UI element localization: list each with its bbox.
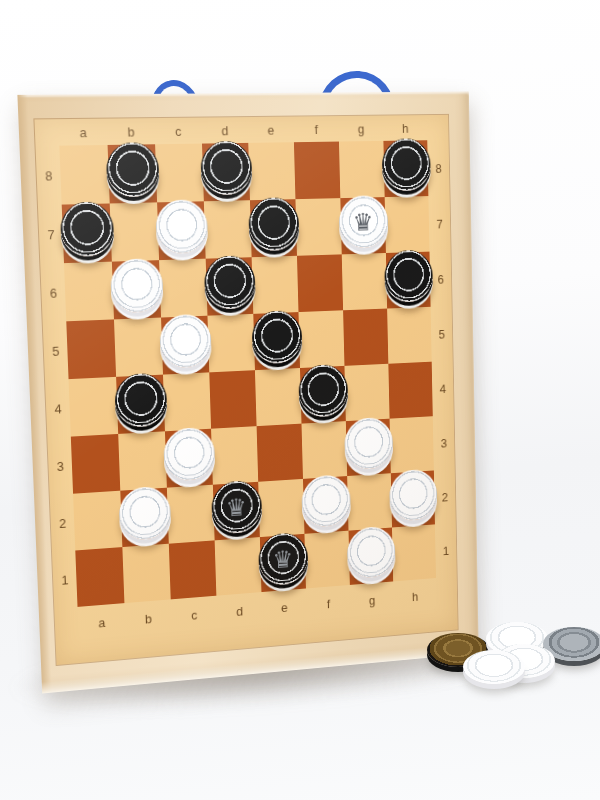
square-g6[interactable] <box>342 253 387 310</box>
square-b5[interactable] <box>114 318 163 377</box>
piece-black-man-a7[interactable] <box>59 201 114 257</box>
rank-label-5: 5 <box>52 343 60 358</box>
square-a8[interactable] <box>59 145 109 205</box>
square-e2[interactable] <box>258 479 304 537</box>
square-b1[interactable] <box>122 544 170 603</box>
square-e3[interactable] <box>257 424 303 482</box>
square-d6[interactable] <box>206 257 254 315</box>
square-h1[interactable] <box>392 524 436 581</box>
square-c7[interactable] <box>157 201 206 260</box>
rank-label-2: 2 <box>59 515 67 530</box>
file-label-e: e <box>281 600 288 615</box>
square-a5[interactable] <box>66 319 116 379</box>
wooden-frame: abcdefgh 87654321 ♛♛♛ 87654321 abcdefgh <box>17 91 478 693</box>
square-g5[interactable] <box>343 309 388 366</box>
file-label-g: g <box>369 593 376 607</box>
square-b6[interactable] <box>112 260 161 319</box>
square-h8[interactable] <box>383 140 428 197</box>
rank-label-8: 8 <box>435 161 442 176</box>
rank-label-7: 7 <box>436 216 443 231</box>
piece-white-man-c3[interactable] <box>163 427 215 482</box>
square-f5[interactable] <box>298 310 344 368</box>
king-crown-icon: ♛ <box>257 532 308 587</box>
file-label-a: a <box>98 615 105 630</box>
square-e5[interactable] <box>253 312 300 370</box>
piece-black-man-b8[interactable] <box>105 142 159 197</box>
square-g2[interactable] <box>347 473 392 530</box>
square-f1[interactable] <box>304 531 349 589</box>
square-d1[interactable] <box>215 537 262 596</box>
file-label-b: b <box>127 124 135 139</box>
square-a2[interactable] <box>73 491 122 551</box>
piece-black-man-f4[interactable] <box>298 364 348 418</box>
king-crown-icon: ♛ <box>338 195 388 249</box>
square-b7[interactable] <box>110 202 159 261</box>
square-h2[interactable] <box>391 470 435 527</box>
square-a6[interactable] <box>64 262 114 322</box>
square-f2[interactable] <box>303 476 349 534</box>
square-a1[interactable] <box>75 547 124 607</box>
piece-black-king-e1[interactable]: ♛ <box>257 532 308 587</box>
piece-white-man-c5[interactable] <box>159 314 212 369</box>
rank-label-7: 7 <box>47 227 55 242</box>
square-b8[interactable] <box>108 144 158 203</box>
square-b3[interactable] <box>118 431 167 490</box>
square-a7[interactable] <box>62 203 112 263</box>
square-h5[interactable] <box>387 307 432 364</box>
board-grid: ♛♛♛ <box>59 140 436 607</box>
square-g7[interactable]: ♛ <box>340 197 386 254</box>
piece-white-king-g7[interactable]: ♛ <box>338 195 388 249</box>
square-g1[interactable] <box>349 527 394 584</box>
square-e1[interactable]: ♛ <box>260 534 306 592</box>
file-label-g: g <box>357 121 364 136</box>
file-label-h: h <box>402 121 409 136</box>
square-f8[interactable] <box>294 142 340 200</box>
square-e8[interactable] <box>248 142 295 200</box>
product-photo-checkers-board: abcdefgh 87654321 ♛♛♛ 87654321 abcdefgh <box>0 0 600 800</box>
square-c8[interactable] <box>155 144 204 203</box>
file-label-f: f <box>327 597 331 611</box>
square-g8[interactable] <box>339 141 385 198</box>
square-f6[interactable] <box>297 254 343 312</box>
piece-black-man-e7[interactable] <box>248 197 300 251</box>
piece-black-man-d6[interactable] <box>203 255 255 310</box>
square-d7[interactable] <box>204 200 252 258</box>
square-d8[interactable] <box>202 143 250 201</box>
square-b4[interactable] <box>116 375 165 434</box>
file-label-b: b <box>145 612 152 627</box>
square-g3[interactable] <box>346 419 391 476</box>
rank-label-4: 4 <box>54 401 62 416</box>
piece-black-man-h6[interactable] <box>384 250 433 303</box>
piece-black-man-d8[interactable] <box>200 141 253 196</box>
piece-black-man-e5[interactable] <box>251 310 302 364</box>
square-b2[interactable] <box>120 488 169 547</box>
square-f4[interactable] <box>300 366 346 424</box>
piece-white-man-b6[interactable] <box>109 258 163 313</box>
square-h4[interactable] <box>388 362 432 419</box>
checkers-board: abcdefgh 87654321 ♛♛♛ 87654321 abcdefgh <box>17 91 478 693</box>
rank-label-3: 3 <box>56 458 64 473</box>
piece-white-man-g1[interactable] <box>346 525 395 579</box>
file-label-e: e <box>267 122 274 137</box>
piece-black-king-d2[interactable]: ♛ <box>210 480 262 535</box>
square-g4[interactable] <box>344 364 389 421</box>
square-c2[interactable] <box>167 485 215 544</box>
file-label-d: d <box>236 604 243 619</box>
piece-white-man-b2[interactable] <box>118 486 171 542</box>
piece-white-man-h2[interactable] <box>389 468 437 522</box>
rank-label-3: 3 <box>440 436 447 450</box>
board-sheet: abcdefgh 87654321 ♛♛♛ 87654321 abcdefgh <box>34 115 457 665</box>
file-label-a: a <box>79 124 87 139</box>
rank-label-1: 1 <box>443 543 450 557</box>
square-a4[interactable] <box>69 377 119 437</box>
piece-white-man-f2[interactable] <box>301 474 351 528</box>
square-c1[interactable] <box>169 540 217 599</box>
rank-label-4: 4 <box>439 381 446 395</box>
king-crown-icon: ♛ <box>210 480 262 535</box>
square-e7[interactable] <box>250 199 297 257</box>
square-h7[interactable] <box>385 196 430 253</box>
file-label-h: h <box>412 590 419 604</box>
piece-black-man-h8[interactable] <box>381 138 430 191</box>
square-d4[interactable] <box>209 370 256 429</box>
file-label-c: c <box>191 608 198 623</box>
square-d2[interactable]: ♛ <box>213 482 260 541</box>
square-f3[interactable] <box>301 421 347 479</box>
piece-white-man-g3[interactable] <box>344 417 393 471</box>
rank-label-6: 6 <box>49 285 57 300</box>
square-h6[interactable] <box>386 252 431 309</box>
square-f7[interactable] <box>295 198 341 256</box>
square-e4[interactable] <box>255 368 302 426</box>
rank-label-8: 8 <box>45 168 53 183</box>
rank-label-1: 1 <box>61 572 69 587</box>
square-c3[interactable] <box>165 429 213 488</box>
piece-white-man-c7[interactable] <box>155 199 208 254</box>
rank-label-5: 5 <box>438 327 445 341</box>
square-e6[interactable] <box>252 256 299 314</box>
square-d5[interactable] <box>207 314 254 373</box>
square-c4[interactable] <box>163 372 211 431</box>
rank-label-6: 6 <box>437 272 444 286</box>
file-label-f: f <box>314 122 318 137</box>
piece-black-man-b4[interactable] <box>114 373 167 429</box>
square-h3[interactable] <box>390 416 434 473</box>
square-c6[interactable] <box>159 259 207 318</box>
square-c5[interactable] <box>161 316 209 375</box>
file-label-c: c <box>175 123 182 138</box>
tray-piece-white-3[interactable] <box>463 650 525 684</box>
rank-label-2: 2 <box>442 490 449 504</box>
square-d3[interactable] <box>211 426 258 485</box>
square-a3[interactable] <box>71 434 120 494</box>
file-label-d: d <box>221 123 228 138</box>
